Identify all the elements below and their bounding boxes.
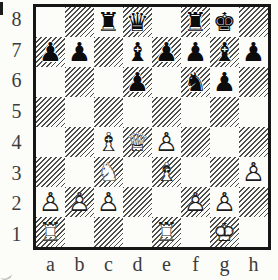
square-a5[interactable]: [36, 97, 65, 127]
rank-label-3: 3: [0, 158, 33, 189]
square-e5[interactable]: [152, 97, 181, 127]
file-label-f: f: [181, 250, 210, 278]
square-h1[interactable]: [239, 217, 268, 247]
black-pawn-e7[interactable]: ♟: [152, 37, 181, 67]
piece-glyph: ♟: [155, 39, 178, 65]
white-bishop-e3[interactable]: ♝♗: [152, 157, 181, 187]
file-label-b: b: [65, 250, 94, 278]
square-h8[interactable]: [239, 7, 268, 37]
square-f4[interactable]: [181, 127, 210, 157]
rank-labels: 8 7 6 5 4 3 2 1: [0, 4, 33, 250]
rank-label-5: 5: [0, 96, 33, 127]
square-a2[interactable]: ♟♙: [36, 187, 65, 217]
square-h4[interactable]: [239, 127, 268, 157]
white-pawn-a2[interactable]: ♟♙: [36, 187, 65, 217]
chess-diagram-page: 8 7 6 5 4 3 2 1 ♜♛♜♚♟♟♝♟♟♝♟♟♞♟♝♗♛♕♟♙♞♘♝♗…: [0, 0, 278, 280]
square-b6[interactable]: [65, 67, 94, 97]
white-pawn-h3[interactable]: ♟♙: [239, 157, 268, 187]
white-pawn-g2[interactable]: ♟♙: [210, 187, 239, 217]
rank-label-2: 2: [0, 189, 33, 220]
square-f1[interactable]: [181, 217, 210, 247]
black-king-g8[interactable]: ♚: [210, 7, 239, 37]
square-a7[interactable]: ♟: [36, 37, 65, 67]
white-queen-d4[interactable]: ♛♕: [123, 127, 152, 157]
piece-glyph: ♟: [184, 39, 207, 65]
square-g6[interactable]: ♟: [210, 67, 239, 97]
white-king-g1[interactable]: ♚♔: [210, 217, 239, 247]
piece-glyph: ♞: [184, 69, 207, 95]
square-e3[interactable]: ♝♗: [152, 157, 181, 187]
piece-glyph: ♚: [213, 9, 236, 35]
piece-glyph: ♔: [213, 219, 236, 245]
piece-glyph: ♕: [126, 129, 149, 155]
square-c6[interactable]: [94, 67, 123, 97]
black-knight-f6[interactable]: ♞: [181, 67, 210, 97]
rank-label-6: 6: [0, 66, 33, 97]
piece-glyph: ♖: [39, 219, 62, 245]
piece-glyph: ♗: [155, 159, 178, 185]
square-e6[interactable]: [152, 67, 181, 97]
square-c8[interactable]: ♜: [94, 7, 123, 37]
square-b5[interactable]: [65, 97, 94, 127]
black-pawn-b7[interactable]: ♟: [65, 37, 94, 67]
square-g8[interactable]: ♚: [210, 7, 239, 37]
white-knight-c3[interactable]: ♞♘: [94, 157, 123, 187]
square-f8[interactable]: ♜: [181, 7, 210, 37]
black-pawn-g6[interactable]: ♟: [210, 67, 239, 97]
square-g3[interactable]: [210, 157, 239, 187]
square-f6[interactable]: ♞: [181, 67, 210, 97]
piece-glyph: ♖: [155, 219, 178, 245]
square-d2[interactable]: [123, 187, 152, 217]
square-b2[interactable]: ♟♙: [65, 187, 94, 217]
square-c5[interactable]: [94, 97, 123, 127]
square-d6[interactable]: ♟: [123, 67, 152, 97]
rank-label-8: 8: [0, 4, 33, 35]
file-labels: a b c d e f g h: [36, 250, 268, 278]
white-rook-a1[interactable]: ♜♖: [36, 217, 65, 247]
piece-glyph: ♟: [39, 39, 62, 65]
rank-label-4: 4: [0, 127, 33, 158]
file-label-d: d: [123, 250, 152, 278]
square-d8[interactable]: ♛: [123, 7, 152, 37]
piece-glyph: ♟: [126, 69, 149, 95]
file-label-h: h: [239, 250, 268, 278]
file-label-g: g: [210, 250, 239, 278]
piece-glyph: ♙: [184, 189, 207, 215]
piece-glyph: ♙: [242, 159, 265, 185]
square-b8[interactable]: [65, 7, 94, 37]
square-g5[interactable]: [210, 97, 239, 127]
square-d1[interactable]: [123, 217, 152, 247]
square-e7[interactable]: ♟: [152, 37, 181, 67]
black-pawn-h7[interactable]: ♟: [239, 37, 268, 67]
square-e1[interactable]: ♜♖: [152, 217, 181, 247]
black-pawn-d6[interactable]: ♟: [123, 67, 152, 97]
black-queen-d8[interactable]: ♛: [123, 7, 152, 37]
square-f2[interactable]: ♟♙: [181, 187, 210, 217]
black-pawn-a7[interactable]: ♟: [36, 37, 65, 67]
square-e2[interactable]: [152, 187, 181, 217]
square-e4[interactable]: ♟♙: [152, 127, 181, 157]
square-c4[interactable]: ♝♗: [94, 127, 123, 157]
black-bishop-d7[interactable]: ♝: [123, 37, 152, 67]
square-f7[interactable]: ♟: [181, 37, 210, 67]
square-a1[interactable]: ♜♖: [36, 217, 65, 247]
square-g7[interactable]: ♝: [210, 37, 239, 67]
piece-glyph: ♝: [213, 39, 236, 65]
square-b3[interactable]: [65, 157, 94, 187]
square-c7[interactable]: [94, 37, 123, 67]
square-a8[interactable]: [36, 7, 65, 37]
white-rook-e1[interactable]: ♜♖: [152, 217, 181, 247]
piece-glyph: ♗: [97, 129, 120, 155]
piece-glyph: ♙: [155, 129, 178, 155]
piece-glyph: ♙: [97, 189, 120, 215]
square-c2[interactable]: ♟♙: [94, 187, 123, 217]
rank-label-1: 1: [0, 219, 33, 250]
square-h2[interactable]: [239, 187, 268, 217]
file-label-c: c: [94, 250, 123, 278]
square-a3[interactable]: [36, 157, 65, 187]
square-g4[interactable]: [210, 127, 239, 157]
white-pawn-e4[interactable]: ♟♙: [152, 127, 181, 157]
file-label-a: a: [36, 250, 65, 278]
piece-glyph: ♜: [184, 9, 207, 35]
square-h3[interactable]: ♟♙: [239, 157, 268, 187]
square-g1[interactable]: ♚♔: [210, 217, 239, 247]
piece-glyph: ♟: [242, 39, 265, 65]
piece-glyph: ♟: [213, 69, 236, 95]
file-label-e: e: [152, 250, 181, 278]
scan-artifact-bottom-left: [0, 269, 13, 280]
piece-glyph: ♘: [97, 159, 120, 185]
square-d7[interactable]: ♝: [123, 37, 152, 67]
white-pawn-b2[interactable]: ♟♙: [65, 187, 94, 217]
square-h6[interactable]: [239, 67, 268, 97]
square-f5[interactable]: [181, 97, 210, 127]
white-pawn-c2[interactable]: ♟♙: [94, 187, 123, 217]
square-d5[interactable]: [123, 97, 152, 127]
square-b4[interactable]: [65, 127, 94, 157]
square-b7[interactable]: ♟: [65, 37, 94, 67]
black-bishop-g7[interactable]: ♝: [210, 37, 239, 67]
black-rook-c8[interactable]: ♜: [94, 7, 123, 37]
chess-board: ♜♛♜♚♟♟♝♟♟♝♟♟♞♟♝♗♛♕♟♙♞♘♝♗♟♙♟♙♟♙♟♙♟♙♟♙♜♖♜♖…: [33, 4, 271, 250]
square-b1[interactable]: [65, 217, 94, 247]
piece-glyph: ♜: [97, 9, 120, 35]
piece-glyph: ♛: [126, 9, 149, 35]
piece-glyph: ♙: [39, 189, 62, 215]
rank-label-7: 7: [0, 35, 33, 66]
square-h5[interactable]: [239, 97, 268, 127]
black-pawn-f7[interactable]: ♟: [181, 37, 210, 67]
square-h7[interactable]: ♟: [239, 37, 268, 67]
white-bishop-c4[interactable]: ♝♗: [94, 127, 123, 157]
piece-glyph: ♙: [68, 189, 91, 215]
square-g2[interactable]: ♟♙: [210, 187, 239, 217]
square-c1[interactable]: [94, 217, 123, 247]
piece-glyph: ♟: [68, 39, 91, 65]
square-d3[interactable]: [123, 157, 152, 187]
square-f3[interactable]: [181, 157, 210, 187]
square-a6[interactable]: [36, 67, 65, 97]
square-d4[interactable]: ♛♕: [123, 127, 152, 157]
square-e8[interactable]: [152, 7, 181, 37]
square-c3[interactable]: ♞♘: [94, 157, 123, 187]
square-a4[interactable]: [36, 127, 65, 157]
piece-glyph: ♙: [213, 189, 236, 215]
white-pawn-f2[interactable]: ♟♙: [181, 187, 210, 217]
piece-glyph: ♝: [126, 39, 149, 65]
black-rook-f8[interactable]: ♜: [181, 7, 210, 37]
